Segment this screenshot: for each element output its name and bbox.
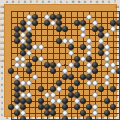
row-label-left: 4 (0, 96, 5, 99)
white-stone (68, 50, 74, 56)
white-stone (92, 92, 98, 98)
go-board[interactable] (4, 4, 117, 117)
white-stone (26, 50, 32, 56)
row-label-left: 16 (0, 24, 5, 27)
row-label-right: 15 (114, 30, 120, 33)
black-stone (26, 68, 32, 74)
white-stone (92, 80, 98, 86)
black-stone (92, 68, 98, 74)
row-label-left: 18 (0, 12, 5, 15)
row-label-right: 14 (114, 36, 120, 39)
row-label-right: 4 (114, 96, 120, 99)
row-label-right: 16 (114, 24, 120, 27)
row-label-right: 6 (114, 84, 120, 87)
black-stone (68, 74, 74, 80)
row-label-left: 6 (0, 84, 5, 87)
white-stone (80, 32, 86, 38)
row-label-right: 9 (114, 66, 120, 69)
white-stone (32, 74, 38, 80)
black-stone (38, 86, 44, 92)
row-label-right: 17 (114, 18, 120, 21)
black-stone (74, 104, 80, 110)
star-point (64, 64, 66, 66)
row-label-left: 14 (0, 36, 5, 39)
row-label-right: 7 (114, 78, 120, 81)
black-stone (80, 98, 86, 104)
row-label-right: 18 (114, 12, 120, 15)
black-stone (74, 80, 80, 86)
white-stone (86, 14, 92, 20)
star-point (100, 100, 102, 102)
row-label-left: 10 (0, 60, 5, 63)
row-label-right: 19 (114, 6, 120, 9)
row-label-right: 10 (114, 60, 120, 63)
row-label-left: 15 (0, 30, 5, 33)
white-stone (38, 56, 44, 62)
row-label-left: 5 (0, 90, 5, 93)
star-point (100, 64, 102, 66)
row-label-right: 13 (114, 42, 120, 45)
grid-lines (11, 11, 120, 120)
black-stone (62, 26, 68, 32)
white-stone (26, 80, 32, 86)
col-label-top: T (112, 1, 118, 4)
black-stone (8, 68, 14, 74)
row-label-right: 11 (114, 54, 120, 57)
row-label-right: 3 (114, 102, 120, 105)
col-label-bottom: T (112, 117, 118, 120)
row-label-right: 8 (114, 72, 120, 75)
row-label-right: 2 (114, 108, 120, 111)
row-label-right: 1 (114, 114, 120, 117)
row-label-right: 5 (114, 90, 120, 93)
row-label-left: 3 (0, 102, 5, 105)
black-stone (26, 98, 32, 104)
row-label-left: 19 (0, 6, 5, 9)
black-stone (98, 86, 104, 92)
row-label-left: 12 (0, 48, 5, 51)
row-label-left: 1 (0, 114, 5, 117)
black-stone (32, 20, 38, 26)
black-stone (74, 62, 80, 68)
row-label-left: 2 (0, 108, 5, 111)
row-label-left: 11 (0, 54, 5, 57)
white-stone (38, 44, 44, 50)
row-label-right: 12 (114, 48, 120, 51)
white-stone (104, 32, 110, 38)
row-label-left: 13 (0, 42, 5, 45)
row-label-left: 7 (0, 78, 5, 81)
black-stone (50, 68, 56, 74)
black-stone (104, 98, 110, 104)
go-app-window: AABBCCDDEEFFGGHHJJKKLLMMNNOOPPQQRRSSTT19… (0, 0, 120, 120)
row-label-left: 17 (0, 18, 5, 21)
white-stone (56, 86, 62, 92)
white-stone (56, 62, 62, 68)
white-stone (104, 80, 110, 86)
row-label-left: 9 (0, 66, 5, 69)
row-label-left: 8 (0, 72, 5, 75)
